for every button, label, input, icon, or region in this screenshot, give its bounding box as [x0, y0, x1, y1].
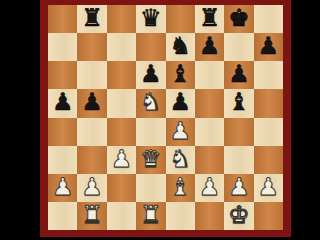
piece-white-knight-e3: ♞: [169, 147, 191, 171]
piece-white-king-g1: ♚: [228, 203, 250, 227]
piece-black-pawn-g6: ♟: [228, 62, 250, 86]
piece-black-rook-b8: ♜: [81, 6, 103, 30]
piece-black-rook-f8: ♜: [199, 6, 221, 30]
square-d1[interactable]: ♜: [136, 202, 165, 230]
square-f4[interactable]: [195, 118, 224, 146]
square-a4[interactable]: [48, 118, 77, 146]
square-h8[interactable]: [254, 5, 283, 33]
piece-white-pawn-g2: ♟: [228, 175, 250, 199]
square-g5[interactable]: ♝: [224, 89, 253, 117]
square-f1[interactable]: [195, 202, 224, 230]
square-f5[interactable]: [195, 89, 224, 117]
piece-white-pawn-h2: ♟: [258, 175, 280, 199]
square-b5[interactable]: ♟: [77, 89, 106, 117]
square-e1[interactable]: [166, 202, 195, 230]
square-c6[interactable]: [107, 61, 136, 89]
square-h5[interactable]: [254, 89, 283, 117]
piece-white-pawn-a2: ♟: [52, 175, 74, 199]
square-c5[interactable]: [107, 89, 136, 117]
piece-white-rook-b1: ♜: [81, 203, 103, 227]
square-a7[interactable]: [48, 33, 77, 61]
piece-white-pawn-e4: ♟: [169, 119, 191, 143]
square-g7[interactable]: [224, 33, 253, 61]
square-b4[interactable]: [77, 118, 106, 146]
square-d3[interactable]: ♛: [136, 146, 165, 174]
square-b1[interactable]: ♜: [77, 202, 106, 230]
square-f7[interactable]: ♟: [195, 33, 224, 61]
square-f6[interactable]: [195, 61, 224, 89]
square-e2[interactable]: ♝: [166, 174, 195, 202]
square-b2[interactable]: ♟: [77, 174, 106, 202]
square-b6[interactable]: [77, 61, 106, 89]
square-d5[interactable]: ♞: [136, 89, 165, 117]
piece-white-knight-d5: ♞: [140, 90, 162, 114]
square-c7[interactable]: [107, 33, 136, 61]
piece-white-queen-d3: ♛: [140, 147, 162, 171]
square-c4[interactable]: [107, 118, 136, 146]
piece-black-pawn-d6: ♟: [140, 62, 162, 86]
square-g4[interactable]: [224, 118, 253, 146]
square-b7[interactable]: [77, 33, 106, 61]
square-f8[interactable]: ♜: [195, 5, 224, 33]
square-f3[interactable]: [195, 146, 224, 174]
square-c1[interactable]: [107, 202, 136, 230]
letterboxed-background: ♜♛♜♚♞♟♟♟♝♟♟♟♞♟♝♟♟♛♞♟♟♝♟♟♟♜♜♚: [0, 0, 320, 240]
square-d2[interactable]: [136, 174, 165, 202]
square-g3[interactable]: [224, 146, 253, 174]
square-e4[interactable]: ♟: [166, 118, 195, 146]
square-b3[interactable]: [77, 146, 106, 174]
square-a5[interactable]: ♟: [48, 89, 77, 117]
piece-black-knight-e7: ♞: [169, 34, 191, 58]
square-b8[interactable]: ♜: [77, 5, 106, 33]
square-e8[interactable]: [166, 5, 195, 33]
square-e6[interactable]: ♝: [166, 61, 195, 89]
square-d8[interactable]: ♛: [136, 5, 165, 33]
piece-black-pawn-e5: ♟: [169, 90, 191, 114]
piece-white-pawn-f2: ♟: [199, 175, 221, 199]
square-h2[interactable]: ♟: [254, 174, 283, 202]
piece-white-pawn-c3: ♟: [111, 147, 133, 171]
piece-white-pawn-b2: ♟: [81, 175, 103, 199]
square-e5[interactable]: ♟: [166, 89, 195, 117]
square-d7[interactable]: [136, 33, 165, 61]
square-g2[interactable]: ♟: [224, 174, 253, 202]
square-a6[interactable]: [48, 61, 77, 89]
square-g6[interactable]: ♟: [224, 61, 253, 89]
piece-black-pawn-b5: ♟: [81, 90, 103, 114]
piece-white-bishop-e2: ♝: [169, 175, 191, 199]
square-h1[interactable]: [254, 202, 283, 230]
square-a1[interactable]: [48, 202, 77, 230]
chess-board-frame: ♜♛♜♚♞♟♟♟♝♟♟♟♞♟♝♟♟♛♞♟♟♝♟♟♟♜♜♚: [40, 0, 291, 237]
square-c2[interactable]: [107, 174, 136, 202]
piece-black-pawn-h7: ♟: [258, 34, 280, 58]
square-d6[interactable]: ♟: [136, 61, 165, 89]
piece-white-rook-d1: ♜: [140, 203, 162, 227]
square-a8[interactable]: [48, 5, 77, 33]
square-h6[interactable]: [254, 61, 283, 89]
square-a3[interactable]: [48, 146, 77, 174]
square-h3[interactable]: [254, 146, 283, 174]
square-d4[interactable]: [136, 118, 165, 146]
chess-board: ♜♛♜♚♞♟♟♟♝♟♟♟♞♟♝♟♟♛♞♟♟♝♟♟♟♜♜♚: [48, 5, 283, 230]
square-h7[interactable]: ♟: [254, 33, 283, 61]
square-h4[interactable]: [254, 118, 283, 146]
piece-black-bishop-e6: ♝: [169, 62, 191, 86]
square-g1[interactable]: ♚: [224, 202, 253, 230]
square-a2[interactable]: ♟: [48, 174, 77, 202]
square-c3[interactable]: ♟: [107, 146, 136, 174]
piece-black-pawn-a5: ♟: [52, 90, 74, 114]
piece-black-bishop-g5: ♝: [228, 90, 250, 114]
square-g8[interactable]: ♚: [224, 5, 253, 33]
square-f2[interactable]: ♟: [195, 174, 224, 202]
square-e7[interactable]: ♞: [166, 33, 195, 61]
piece-black-pawn-f7: ♟: [199, 34, 221, 58]
piece-black-king-g8: ♚: [228, 6, 250, 30]
square-c8[interactable]: [107, 5, 136, 33]
square-e3[interactable]: ♞: [166, 146, 195, 174]
piece-black-queen-d8: ♛: [140, 6, 162, 30]
